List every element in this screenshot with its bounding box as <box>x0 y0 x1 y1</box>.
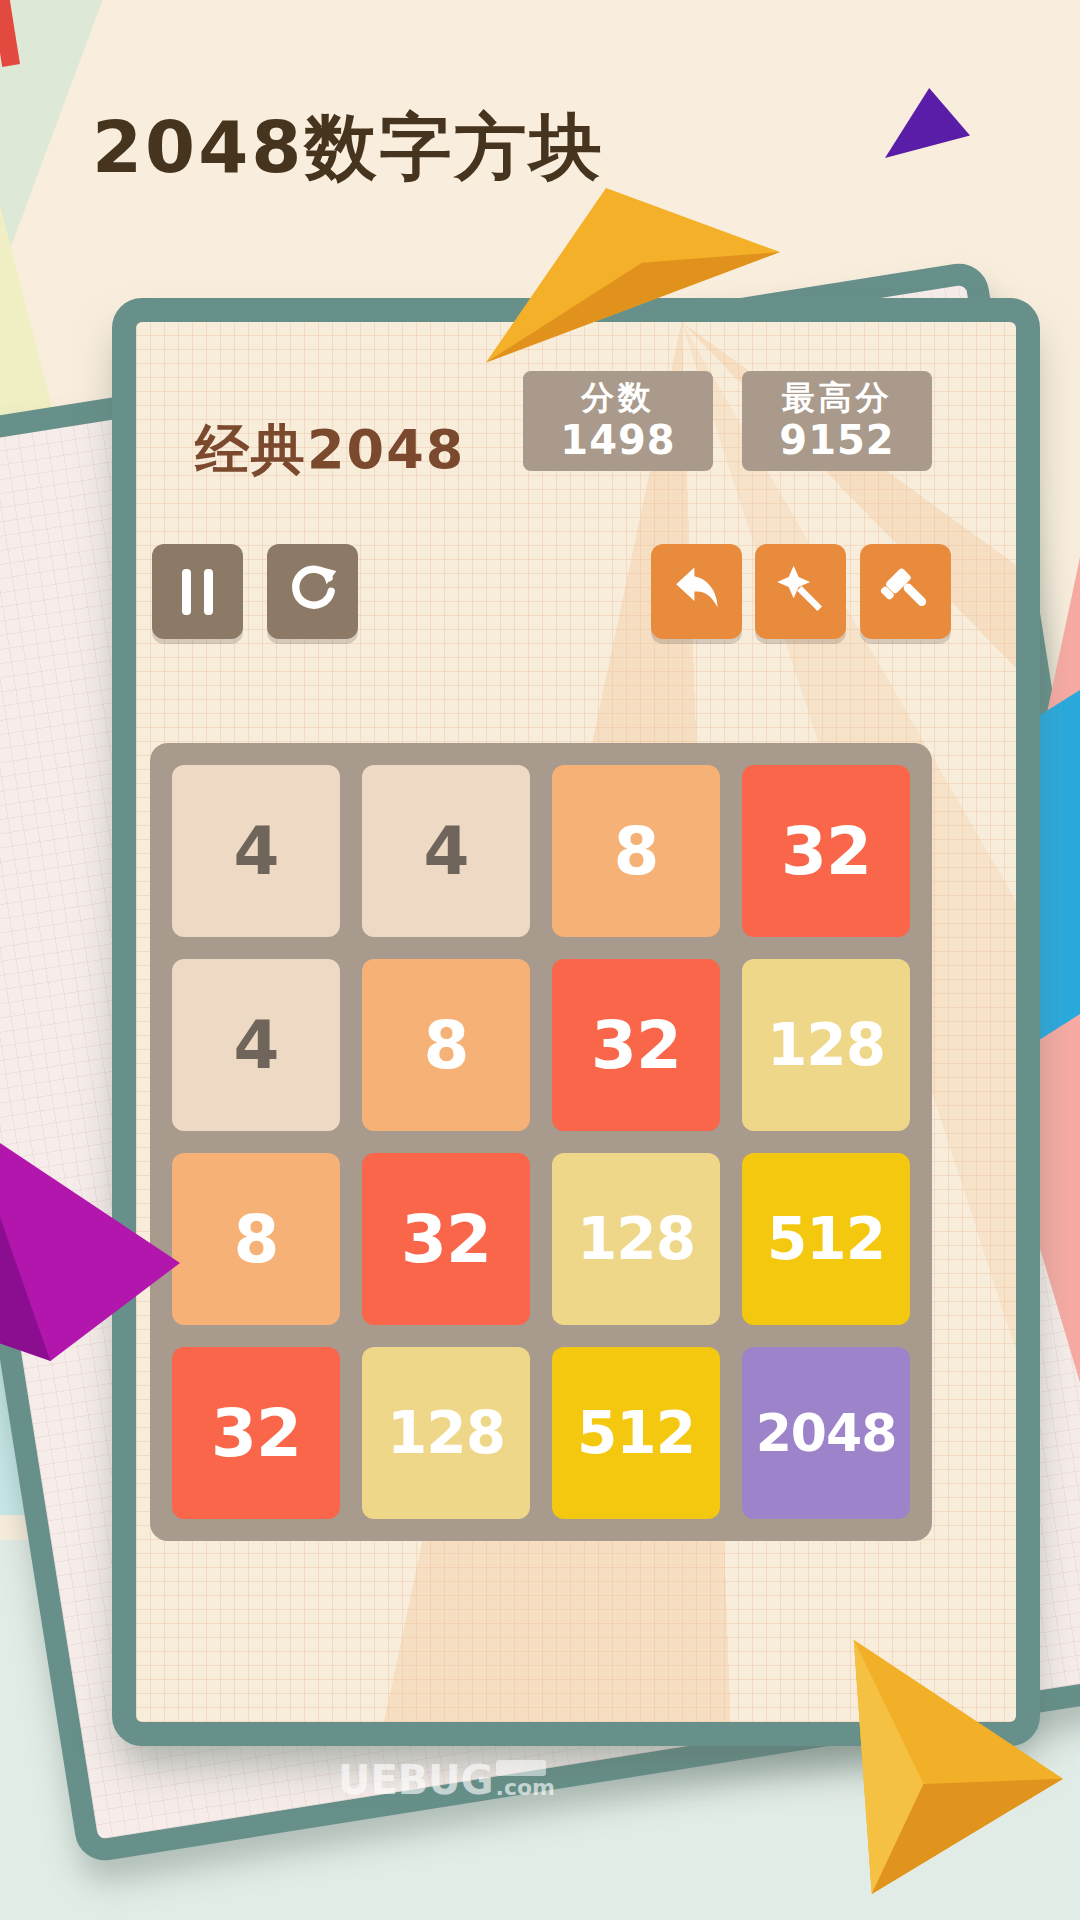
watermark: UEBUG .com <box>338 1760 555 1800</box>
tile-r2c2: 8 <box>362 959 530 1131</box>
restart-button[interactable] <box>267 544 358 639</box>
tile-r4c1: 32 <box>172 1347 340 1519</box>
tile-r3c3: 128 <box>552 1153 720 1325</box>
score-value: 1498 <box>560 417 675 463</box>
tile-r1c2: 4 <box>362 765 530 937</box>
board[interactable]: 448324832128832128512321285122048 <box>150 743 932 1541</box>
hammer-icon <box>880 564 932 620</box>
tile-r1c1: 4 <box>172 765 340 937</box>
tile-r1c4: 32 <box>742 765 910 937</box>
tile-r2c1: 4 <box>172 959 340 1131</box>
pause-button[interactable] <box>152 544 243 639</box>
tile-r1c3: 8 <box>552 765 720 937</box>
undo-icon <box>671 564 723 620</box>
game-card: 经典2048 分数 1498 最高分 9152 44832 <box>112 298 1040 1746</box>
best-value: 9152 <box>779 417 894 463</box>
tile-r4c3: 512 <box>552 1347 720 1519</box>
tile-r4c4: 2048 <box>742 1347 910 1519</box>
tile-r3c4: 512 <box>742 1153 910 1325</box>
tile-r3c1: 8 <box>172 1153 340 1325</box>
watermark-badge <box>496 1760 546 1776</box>
tile-r2c3: 32 <box>552 959 720 1131</box>
best-score-box: 最高分 9152 <box>742 371 932 471</box>
undo-button[interactable] <box>651 544 742 639</box>
best-label: 最高分 <box>782 379 893 417</box>
score-label: 分数 <box>581 379 655 417</box>
magic-wand-icon <box>775 564 827 620</box>
watermark-suffix: .com <box>496 1777 555 1799</box>
tile-r4c2: 128 <box>362 1347 530 1519</box>
score-box: 分数 1498 <box>523 371 713 471</box>
tile-r3c2: 32 <box>362 1153 530 1325</box>
magic-wand-button[interactable] <box>755 544 846 639</box>
pause-icon <box>182 569 213 615</box>
decor-purple-triangle <box>885 88 970 158</box>
page-title: 2048数字方块 <box>92 100 604 196</box>
mode-label: 经典2048 <box>195 414 465 487</box>
watermark-brand: UEBUG <box>338 1760 494 1800</box>
tile-r2c4: 128 <box>742 959 910 1131</box>
hammer-button[interactable] <box>860 544 951 639</box>
restart-icon <box>287 564 339 620</box>
